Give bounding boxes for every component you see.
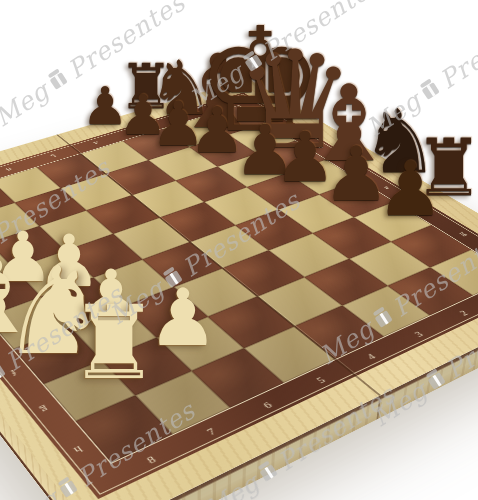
square xyxy=(174,268,257,316)
square xyxy=(342,286,429,337)
coordinate-label: h xyxy=(71,444,84,455)
square xyxy=(156,316,244,371)
coordinate-label: 8 xyxy=(144,454,158,465)
square xyxy=(348,241,430,286)
coordinate-label: f xyxy=(8,368,18,377)
square xyxy=(304,259,388,306)
square xyxy=(191,348,284,408)
square xyxy=(295,306,384,359)
watermark-text-presentes: Presentes xyxy=(258,0,386,67)
square xyxy=(208,296,295,348)
square xyxy=(123,287,208,338)
square xyxy=(257,277,342,326)
square xyxy=(387,267,473,315)
square xyxy=(13,327,101,384)
board-scene: 8765432187654321abcdefghabcdefgh xyxy=(0,66,478,500)
coordinate-label: 3 xyxy=(412,330,425,338)
square xyxy=(135,371,230,434)
coordinate-label: 6 xyxy=(260,400,274,410)
board-wooden-rim: 8765432187654321abcdefghabcdefgh xyxy=(0,79,478,500)
gift-icon xyxy=(50,71,68,89)
chess-set-product-photo: 8765432187654321abcdefghabcdefgh ♜♞♟♟♝♚♟… xyxy=(0,0,478,500)
square xyxy=(143,242,223,287)
watermark: MegPresentes xyxy=(361,0,478,142)
square xyxy=(76,396,173,463)
square xyxy=(14,251,93,297)
folding-chess-board: 8765432187654321abcdefghabcdefgh xyxy=(0,79,478,500)
watermark-text-presentes: Presentes xyxy=(63,0,191,85)
chess-board-squares xyxy=(0,105,478,464)
coordinate-label: g xyxy=(38,404,50,414)
coordinate-label: 4 xyxy=(364,352,377,361)
square xyxy=(70,306,156,360)
square xyxy=(0,243,14,288)
coordinate-label: 7 xyxy=(204,426,218,437)
coordinate-label: 5 xyxy=(314,375,327,384)
gift-icon xyxy=(422,81,440,99)
square xyxy=(101,338,191,396)
square xyxy=(244,326,335,382)
square xyxy=(430,250,478,296)
watermark-text-presentes: Presentes xyxy=(435,0,478,95)
square xyxy=(41,278,124,328)
square xyxy=(0,269,41,317)
square xyxy=(43,360,135,421)
square xyxy=(93,259,174,306)
coordinate-label: 2 xyxy=(457,309,470,317)
square xyxy=(0,297,70,349)
board-printed-border xyxy=(0,93,478,500)
square xyxy=(222,250,304,296)
